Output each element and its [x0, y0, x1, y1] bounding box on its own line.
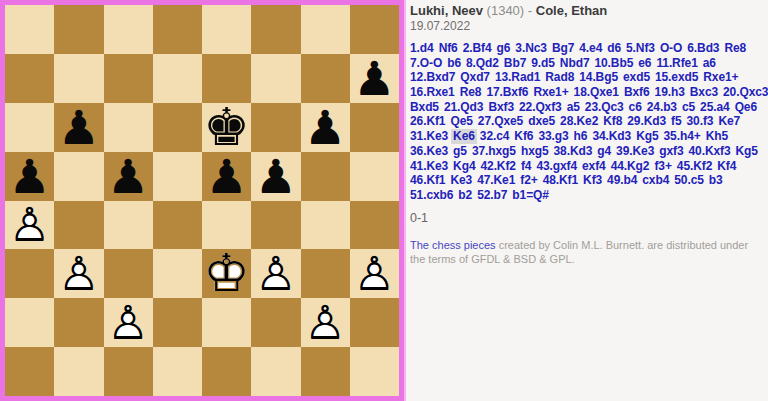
- move-token[interactable]: 33.g3: [538, 129, 568, 144]
- white-pawn-piece-fill: ♟: [301, 298, 350, 347]
- move-line: 26.Kf1Qe527.Qxe5dxe528.Ke2Kf829.Kd3f530.…: [410, 114, 766, 129]
- move-token[interactable]: 39.Ke3: [616, 144, 654, 159]
- square-g6[interactable]: ♟: [301, 103, 350, 152]
- square-g7[interactable]: [301, 54, 350, 103]
- move-token[interactable]: Kh5: [706, 129, 728, 144]
- square-d6[interactable]: [153, 103, 202, 152]
- square-c2[interactable]: ♟♙: [104, 298, 153, 347]
- move-token[interactable]: 43.gxf4: [536, 159, 577, 174]
- move-token[interactable]: Nbd7: [560, 56, 590, 71]
- square-a3[interactable]: [5, 249, 54, 298]
- white-pawn-piece-fill: ♟: [350, 249, 399, 298]
- move-token[interactable]: 14.Bg5: [579, 70, 618, 85]
- move-token[interactable]: Bxf6: [624, 85, 650, 100]
- move-token[interactable]: 47.Ke1: [477, 173, 515, 188]
- square-d4[interactable]: [153, 201, 202, 250]
- move-token[interactable]: Kf3: [583, 173, 602, 188]
- move-token[interactable]: b6: [447, 56, 461, 71]
- move-token[interactable]: Bb7: [504, 56, 526, 71]
- square-h4[interactable]: [350, 201, 399, 250]
- license-note: The chess pieces created by Colin M.L. B…: [410, 238, 766, 267]
- white-pawn-piece: ♙: [251, 249, 300, 298]
- move-token[interactable]: h6: [574, 129, 588, 144]
- app-window: ♟♟♚♟♟♟♟♟♟♙♟♙♚♔♟♙♟♙♟♙♟♙ Lukhi, Neev (1340…: [0, 0, 768, 401]
- move-token[interactable]: 20.Qxc3: [723, 85, 768, 100]
- black-king-piece: ♚: [202, 103, 251, 152]
- square-b6[interactable]: ♟: [54, 103, 103, 152]
- white-pawn-piece-fill: ♟: [54, 249, 103, 298]
- move-line: 12.Bxd7Qxd713.Rad1Rad814.Bg5exd515.exd5R…: [410, 70, 766, 85]
- black-pawn-piece: ♟: [104, 152, 153, 201]
- move-token[interactable]: Ke7: [718, 114, 740, 129]
- move-token[interactable]: 30.f3: [687, 114, 714, 129]
- black-player-name: Cole, Ethan: [536, 3, 608, 18]
- move-token[interactable]: c6: [629, 100, 642, 115]
- move-token[interactable]: 7.O-O: [410, 56, 442, 71]
- square-b2[interactable]: [54, 298, 103, 347]
- square-a8[interactable]: [5, 5, 54, 54]
- square-e1[interactable]: [202, 347, 251, 396]
- move-token[interactable]: 19.h3: [655, 85, 685, 100]
- move-token[interactable]: 3.Nc3: [515, 41, 547, 56]
- move-token[interactable]: 18.Qxe1: [574, 85, 619, 100]
- current-move-token[interactable]: Ke6: [451, 129, 477, 144]
- move-token[interactable]: Kg5: [736, 144, 758, 159]
- square-g3[interactable]: [301, 249, 350, 298]
- players-separator: -: [528, 3, 532, 18]
- move-token[interactable]: g6: [497, 41, 511, 56]
- move-token[interactable]: 16.Rxe1: [410, 85, 455, 100]
- square-d5[interactable]: [153, 152, 202, 201]
- square-h5[interactable]: [350, 152, 399, 201]
- square-c8[interactable]: [104, 5, 153, 54]
- chess-board: ♟♟♚♟♟♟♟♟♟♙♟♙♚♔♟♙♟♙♟♙♟♙: [0, 0, 404, 401]
- move-token[interactable]: b1=Q#: [512, 188, 549, 203]
- square-a7[interactable]: [5, 54, 54, 103]
- square-f5[interactable]: ♟: [251, 152, 300, 201]
- move-token[interactable]: Rxe1+: [533, 85, 568, 100]
- game-result: 0-1: [410, 211, 766, 225]
- move-token[interactable]: 27.Qxe5: [478, 114, 523, 129]
- move-token[interactable]: 21.Qd3: [444, 100, 483, 115]
- move-token[interactable]: Kf8: [603, 114, 622, 129]
- white-pawn-piece: ♙: [301, 298, 350, 347]
- move-token[interactable]: a5: [567, 100, 580, 115]
- square-a2[interactable]: [5, 298, 54, 347]
- square-g1[interactable]: [301, 347, 350, 396]
- move-token[interactable]: 28.Ke2: [560, 114, 598, 129]
- square-g4[interactable]: [301, 201, 350, 250]
- square-h2[interactable]: [350, 298, 399, 347]
- game-info-panel: Lukhi, Neev (1340) - Cole, Ethan 19.07.2…: [410, 0, 766, 267]
- move-token[interactable]: 25.a4: [700, 100, 730, 115]
- move-token[interactable]: e6: [638, 56, 651, 71]
- square-b5[interactable]: [54, 152, 103, 201]
- move-token[interactable]: Qe5: [450, 114, 472, 129]
- move-token[interactable]: gxf3: [659, 144, 683, 159]
- black-pawn-piece: ♟: [5, 152, 54, 201]
- move-line: 7.O-Ob68.Qd2Bb79.d5Nbd710.Bb5e611.Rfe1a6: [410, 56, 766, 71]
- move-token[interactable]: 17.Bxf6: [486, 85, 528, 100]
- move-token[interactable]: 24.b3: [647, 100, 677, 115]
- game-date: 19.07.2022: [410, 19, 766, 33]
- square-h8[interactable]: [350, 5, 399, 54]
- move-token[interactable]: f2+: [520, 173, 537, 188]
- move-token[interactable]: 11.Rfe1: [656, 56, 697, 71]
- move-line: 51.cxb6b252.b7b1=Q#: [410, 188, 766, 203]
- square-h1[interactable]: [350, 347, 399, 396]
- move-token[interactable]: 15.exd5: [655, 70, 698, 85]
- move-token[interactable]: O-O: [660, 41, 682, 56]
- white-pawn-piece: ♙: [104, 298, 153, 347]
- move-token[interactable]: 36.Ke3: [410, 144, 448, 159]
- move-token[interactable]: exd5: [623, 70, 650, 85]
- square-a4[interactable]: ♟♙: [5, 201, 54, 250]
- move-token[interactable]: Re8: [460, 85, 482, 100]
- black-pawn-piece: ♟: [301, 103, 350, 152]
- board-grid: ♟♟♚♟♟♟♟♟♟♙♟♙♚♔♟♙♟♙♟♙♟♙: [5, 5, 399, 396]
- square-d3[interactable]: [153, 249, 202, 298]
- move-token[interactable]: 42.Kf2: [480, 159, 515, 174]
- move-line: 16.Rxe1Re817.Bxf6Rxe1+18.Qxe1Bxf619.h3Bx…: [410, 85, 766, 100]
- move-token[interactable]: Bxd5: [410, 100, 439, 115]
- square-f1[interactable]: [251, 347, 300, 396]
- move-token[interactable]: 48.Kf1: [543, 173, 578, 188]
- game-header: Lukhi, Neev (1340) - Cole, Ethan: [410, 3, 766, 18]
- square-h7[interactable]: ♟: [350, 54, 399, 103]
- move-token[interactable]: 12.Bxd7: [410, 70, 455, 85]
- move-token[interactable]: 22.Qxf3: [519, 100, 562, 115]
- square-e7[interactable]: [202, 54, 251, 103]
- move-token[interactable]: 34.Kd3: [592, 129, 631, 144]
- move-line: 1.d4Nf62.Bf4g63.Nc3Bg74.e4d65.Nf3O-O6.Bd…: [410, 41, 766, 56]
- square-c6[interactable]: [104, 103, 153, 152]
- move-token[interactable]: 13.Rad1: [495, 70, 540, 85]
- move-line: Bxd521.Qd3Bxf322.Qxf3a523.Qc3c624.b3c525…: [410, 100, 766, 115]
- move-token[interactable]: Ke3: [450, 173, 472, 188]
- move-token[interactable]: f5: [671, 114, 681, 129]
- white-pawn-piece-fill: ♟: [251, 249, 300, 298]
- move-token[interactable]: hxg5: [521, 144, 549, 159]
- move-token[interactable]: d6: [607, 41, 621, 56]
- move-line: 46.Kf1Ke347.Ke1f2+48.Kf1Kf349.b4cxb450.c…: [410, 173, 766, 188]
- square-d2[interactable]: [153, 298, 202, 347]
- move-list: 1.d4Nf62.Bf4g63.Nc3Bg74.e4d65.Nf3O-O6.Bd…: [410, 41, 766, 203]
- move-token[interactable]: 1.d4: [410, 41, 434, 56]
- move-token[interactable]: 4.e4: [579, 41, 602, 56]
- black-pawn-piece: ♟: [202, 152, 251, 201]
- move-token[interactable]: g5: [453, 144, 467, 159]
- move-token[interactable]: Nf6: [439, 41, 458, 56]
- move-token[interactable]: exf4: [582, 159, 606, 174]
- square-b8[interactable]: [54, 5, 103, 54]
- move-token[interactable]: Bxc3: [690, 85, 718, 100]
- square-a6[interactable]: [5, 103, 54, 152]
- move-token[interactable]: 37.hxg5: [472, 144, 516, 159]
- white-king-piece-fill: ♚: [202, 249, 251, 298]
- square-f3[interactable]: ♟♙: [251, 249, 300, 298]
- move-token[interactable]: 35.h4+: [664, 129, 701, 144]
- move-token[interactable]: dxe5: [528, 114, 555, 129]
- move-token[interactable]: 38.Kd3: [554, 144, 593, 159]
- move-token[interactable]: f3+: [654, 159, 671, 174]
- square-e5[interactable]: ♟: [202, 152, 251, 201]
- move-token[interactable]: 32.c4: [480, 129, 510, 144]
- move-token[interactable]: g4: [597, 144, 611, 159]
- square-e6[interactable]: ♚: [202, 103, 251, 152]
- square-h6[interactable]: [350, 103, 399, 152]
- move-token[interactable]: 45.Kf2: [677, 159, 712, 174]
- move-token[interactable]: Rad8: [545, 70, 574, 85]
- move-token[interactable]: cxb4: [642, 173, 669, 188]
- move-line: 41.Ke3Kg442.Kf2f443.gxf4exf444.Kg2f3+45.…: [410, 159, 766, 174]
- move-token[interactable]: 51.cxb6: [410, 188, 453, 203]
- square-b1[interactable]: [54, 347, 103, 396]
- move-token[interactable]: c5: [682, 100, 695, 115]
- square-b3[interactable]: ♟♙: [54, 249, 103, 298]
- black-pawn-piece: ♟: [251, 152, 300, 201]
- square-a5[interactable]: ♟: [5, 152, 54, 201]
- move-token[interactable]: b2: [458, 188, 472, 203]
- move-line: 31.Ke3Ke632.c4Kf633.g3h634.Kd3Kg535.h4+K…: [410, 129, 766, 144]
- move-token[interactable]: 26.Kf1: [410, 114, 445, 129]
- black-pawn-piece: ♟: [350, 54, 399, 103]
- move-token[interactable]: 23.Qc3: [585, 100, 624, 115]
- square-b7[interactable]: [54, 54, 103, 103]
- move-token[interactable]: 2.Bf4: [463, 41, 492, 56]
- white-pawn-piece-fill: ♟: [104, 298, 153, 347]
- move-token[interactable]: f4: [521, 159, 531, 174]
- white-pawn-piece: ♙: [350, 249, 399, 298]
- white-king-piece: ♔: [202, 249, 251, 298]
- square-e2[interactable]: [202, 298, 251, 347]
- move-token[interactable]: Kg4: [453, 159, 475, 174]
- move-token[interactable]: Kf6: [514, 129, 533, 144]
- chess-pieces-link[interactable]: The chess pieces: [410, 239, 496, 251]
- move-token[interactable]: 44.Kg2: [611, 159, 650, 174]
- square-g2[interactable]: ♟♙: [301, 298, 350, 347]
- move-token[interactable]: 31.Ke3: [410, 129, 448, 144]
- move-token[interactable]: a6: [703, 56, 716, 71]
- black-pawn-piece: ♟: [54, 103, 103, 152]
- square-f6[interactable]: [251, 103, 300, 152]
- move-token[interactable]: Kf4: [717, 159, 736, 174]
- white-player-rating: (1340): [487, 3, 525, 18]
- move-token[interactable]: Kg5: [636, 129, 658, 144]
- square-b4[interactable]: [54, 201, 103, 250]
- square-d8[interactable]: [153, 5, 202, 54]
- square-h3[interactable]: ♟♙: [350, 249, 399, 298]
- move-token[interactable]: Bxf3: [488, 100, 514, 115]
- move-token[interactable]: 46.Kf1: [410, 173, 445, 188]
- move-token[interactable]: Rxe1+: [703, 70, 738, 85]
- square-a1[interactable]: [5, 347, 54, 396]
- square-d7[interactable]: [153, 54, 202, 103]
- white-player-name: Lukhi, Neev: [410, 3, 483, 18]
- move-token[interactable]: Re8: [724, 41, 746, 56]
- move-token[interactable]: 9.d5: [531, 56, 555, 71]
- square-g5[interactable]: [301, 152, 350, 201]
- square-c4[interactable]: [104, 201, 153, 250]
- square-e3[interactable]: ♚♔: [202, 249, 251, 298]
- white-pawn-piece-fill: ♟: [5, 201, 54, 250]
- white-pawn-piece: ♙: [5, 201, 54, 250]
- move-token[interactable]: 5.Nf3: [626, 41, 655, 56]
- move-line: 36.Ke3g537.hxg5hxg538.Kd3g439.Ke3gxf340.…: [410, 144, 766, 159]
- move-token[interactable]: 10.Bb5: [594, 56, 633, 71]
- move-token[interactable]: Qe6: [735, 100, 757, 115]
- square-g8[interactable]: [301, 5, 350, 54]
- square-f7[interactable]: [251, 54, 300, 103]
- move-token[interactable]: 29.Kd3: [627, 114, 666, 129]
- move-token[interactable]: 6.Bd3: [687, 41, 719, 56]
- square-f8[interactable]: [251, 5, 300, 54]
- square-f2[interactable]: [251, 298, 300, 347]
- move-token[interactable]: 49.b4: [607, 173, 637, 188]
- square-c5[interactable]: ♟: [104, 152, 153, 201]
- square-d1[interactable]: [153, 347, 202, 396]
- square-e4[interactable]: [202, 201, 251, 250]
- white-pawn-piece: ♙: [54, 249, 103, 298]
- move-token[interactable]: 50.c5: [674, 173, 704, 188]
- square-e8[interactable]: [202, 5, 251, 54]
- square-f4[interactable]: [251, 201, 300, 250]
- move-token[interactable]: 52.b7: [477, 188, 507, 203]
- move-token[interactable]: b3: [709, 173, 723, 188]
- move-token[interactable]: 8.Qd2: [466, 56, 499, 71]
- move-token[interactable]: 41.Ke3: [410, 159, 448, 174]
- move-token[interactable]: Bg7: [552, 41, 574, 56]
- square-c3[interactable]: [104, 249, 153, 298]
- square-c7[interactable]: [104, 54, 153, 103]
- move-token[interactable]: 40.Kxf3: [689, 144, 731, 159]
- move-token[interactable]: Qxd7: [460, 70, 490, 85]
- square-c1[interactable]: [104, 347, 153, 396]
